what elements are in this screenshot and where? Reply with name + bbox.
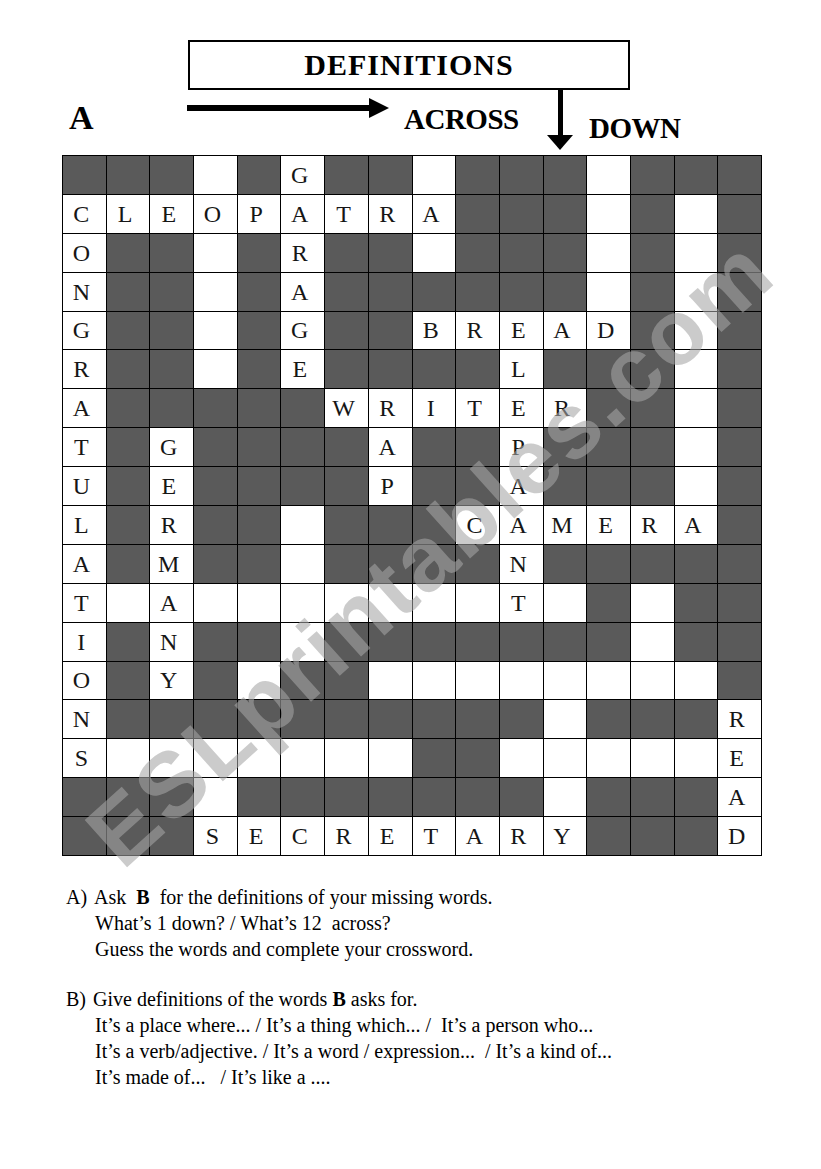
grid-cell-r5-c3: [150, 312, 194, 351]
grid-cell-r14-c7: [325, 662, 369, 701]
grid-cell-r4-c15: [675, 273, 719, 312]
grid-cell-r3-c13: [587, 234, 631, 273]
cell-letter: A: [684, 513, 701, 537]
grid-cell-r11-c13: [587, 545, 631, 584]
grid-cell-r5-c11: E: [500, 312, 544, 351]
grid-cell-r2-c8: R: [369, 195, 413, 234]
cell-letter: R: [554, 396, 570, 420]
instruction-text: It’s a verb/adjective. / It’s a word / e…: [95, 1040, 612, 1062]
grid-cell-r15-c10: [456, 700, 500, 739]
cell-letter: R: [729, 707, 745, 731]
grid-cell-r3-c6: R: [281, 234, 325, 273]
grid-cell-r18-c6: C: [281, 817, 325, 856]
grid-cell-r4-c7: [325, 273, 369, 312]
grid-cell-r12-c4: [194, 584, 238, 623]
grid-cell-r3-c2: [107, 234, 151, 273]
grid-cell-r14-c8: [369, 662, 413, 701]
grid-cell-r6-c14: [631, 350, 675, 389]
grid-cell-r14-c5: [238, 662, 282, 701]
grid-cell-r6-c3: [150, 350, 194, 389]
grid-cell-r18-c11: R: [500, 817, 544, 856]
grid-cell-r17-c2: [107, 778, 151, 817]
grid-cell-r8-c11: P: [500, 428, 544, 467]
cell-letter: N: [160, 630, 177, 654]
grid-cell-r4-c8: [369, 273, 413, 312]
cell-letter: P: [249, 202, 262, 226]
cell-letter: A: [728, 785, 745, 809]
grid-cell-r17-c14: [631, 778, 675, 817]
grid-cell-r17-c10: [456, 778, 500, 817]
grid-cell-r8-c4: [194, 428, 238, 467]
grid-cell-r4-c14: [631, 273, 675, 312]
grid-cell-r10-c13: E: [587, 506, 631, 545]
grid-cell-r15-c8: [369, 700, 413, 739]
grid-cell-r5-c13: D: [587, 312, 631, 351]
grid-cell-r6-c11: L: [500, 350, 544, 389]
grid-cell-r2-c16: [718, 195, 762, 234]
grid-cell-r2-c4: O: [194, 195, 238, 234]
grid-cell-r1-c12: [544, 156, 588, 195]
grid-cell-r16-c11: [500, 739, 544, 778]
cell-letter: U: [73, 474, 90, 498]
grid-cell-r10-c15: A: [675, 506, 719, 545]
grid-cell-r12-c11: T: [500, 584, 544, 623]
grid-cell-r2-c2: L: [107, 195, 151, 234]
grid-cell-r14-c12: [544, 662, 588, 701]
grid-cell-r14-c3: Y: [150, 662, 194, 701]
grid-cell-r12-c12: [544, 584, 588, 623]
instruction-line: A)Ask B for the definitions of your miss…: [66, 884, 786, 910]
grid-cell-r16-c12: [544, 739, 588, 778]
instruction-text: B: [332, 988, 345, 1010]
grid-cell-r12-c13: [587, 584, 631, 623]
grid-cell-r10-c5: [238, 506, 282, 545]
grid-cell-r6-c6: E: [281, 350, 325, 389]
grid-cell-r9-c4: [194, 467, 238, 506]
grid-cell-r16-c1: S: [63, 739, 107, 778]
instruction-line: It’s a verb/adjective. / It’s a word / e…: [95, 1038, 786, 1064]
grid-cell-r7-c5: [238, 389, 282, 428]
grid-cell-r3-c15: [675, 234, 719, 273]
grid-cell-r15-c15: [675, 700, 719, 739]
grid-cell-r3-c9: [413, 234, 457, 273]
grid-cell-r7-c16: [718, 389, 762, 428]
cell-letter: W: [332, 396, 355, 420]
cell-letter: A: [291, 202, 308, 226]
grid-cell-r17-c16: A: [718, 778, 762, 817]
grid-cell-r14-c9: [413, 662, 457, 701]
grid-cell-r8-c13: [587, 428, 631, 467]
cell-letter: M: [158, 552, 179, 576]
grid-cell-r16-c6: [281, 739, 325, 778]
cell-letter: E: [511, 396, 526, 420]
grid-cell-r7-c9: I: [413, 389, 457, 428]
cell-letter: O: [73, 668, 90, 692]
grid-cell-r9-c11: A: [500, 467, 544, 506]
cell-letter: E: [292, 357, 307, 381]
grid-cell-r5-c5: [238, 312, 282, 351]
grid-cell-r10-c1: L: [63, 506, 107, 545]
grid-cell-r18-c12: Y: [544, 817, 588, 856]
grid-cell-r11-c1: A: [63, 545, 107, 584]
grid-cell-r11-c11: N: [500, 545, 544, 584]
grid-cell-r5-c2: [107, 312, 151, 351]
grid-cell-r3-c5: [238, 234, 282, 273]
instruction-text: Give definitions of the words: [93, 988, 332, 1010]
grid-cell-r1-c13: [587, 156, 631, 195]
grid-cell-r2-c12: [544, 195, 588, 234]
grid-cell-r8-c10: [456, 428, 500, 467]
grid-cell-r13-c6: [281, 623, 325, 662]
instruction-text: It’s made of... / It’s like a ....: [95, 1066, 331, 1088]
grid-cell-r7-c8: R: [369, 389, 413, 428]
grid-cell-r11-c16: [718, 545, 762, 584]
grid-cell-r11-c14: [631, 545, 675, 584]
cell-letter: S: [75, 746, 88, 770]
cell-letter: C: [467, 513, 483, 537]
grid-cell-r8-c1: T: [63, 428, 107, 467]
instructions-block-b: B)Give definitions of the words B asks f…: [66, 986, 786, 1090]
grid-cell-r13-c4: [194, 623, 238, 662]
grid-cell-r10-c6: [281, 506, 325, 545]
grid-cell-r17-c12: [544, 778, 588, 817]
grid-cell-r12-c1: T: [63, 584, 107, 623]
cell-letter: L: [74, 513, 89, 537]
cell-letter: C: [292, 824, 308, 848]
cell-letter: O: [204, 202, 221, 226]
grid-cell-r2-c11: [500, 195, 544, 234]
grid-cell-r5-c14: [631, 312, 675, 351]
title-box: DEFINITIONS: [188, 40, 630, 90]
grid-cell-r13-c13: [587, 623, 631, 662]
grid-cell-r11-c2: [107, 545, 151, 584]
grid-cell-r5-c12: A: [544, 312, 588, 351]
grid-cell-r13-c7: [325, 623, 369, 662]
instruction-text: It’s a place where... / It’s a thing whi…: [95, 1014, 593, 1036]
grid-cell-r4-c5: [238, 273, 282, 312]
grid-cell-r17-c5: [238, 778, 282, 817]
grid-cell-r13-c8: [369, 623, 413, 662]
grid-cell-r6-c8: [369, 350, 413, 389]
grid-cell-r4-c6: A: [281, 273, 325, 312]
grid-cell-r13-c5: [238, 623, 282, 662]
grid-cell-r12-c8: [369, 584, 413, 623]
grid-cell-r16-c10: [456, 739, 500, 778]
grid-cell-r6-c10: [456, 350, 500, 389]
grid-cell-r18-c3: [150, 817, 194, 856]
grid-cell-r1-c6: G: [281, 156, 325, 195]
grid-cell-r9-c8: P: [369, 467, 413, 506]
grid-cell-r9-c7: [325, 467, 369, 506]
grid-cell-r4-c13: [587, 273, 631, 312]
cell-letter: D: [728, 824, 745, 848]
grid-cell-r18-c14: [631, 817, 675, 856]
grid-cell-r7-c11: E: [500, 389, 544, 428]
grid-cell-r5-c6: G: [281, 312, 325, 351]
grid-cell-r5-c8: [369, 312, 413, 351]
grid-cell-r18-c7: R: [325, 817, 369, 856]
grid-cell-r10-c2: [107, 506, 151, 545]
grid-cell-r11-c12: [544, 545, 588, 584]
grid-cell-r7-c12: R: [544, 389, 588, 428]
grid-cell-r15-c16: R: [718, 700, 762, 739]
cell-letter: T: [424, 824, 439, 848]
grid-cell-r9-c13: [587, 467, 631, 506]
grid-cell-r12-c5: [238, 584, 282, 623]
grid-cell-r11-c3: M: [150, 545, 194, 584]
grid-cell-r14-c1: O: [63, 662, 107, 701]
grid-cell-r2-c7: T: [325, 195, 369, 234]
grid-cell-r11-c7: [325, 545, 369, 584]
grid-cell-r9-c6: [281, 467, 325, 506]
grid-cell-r18-c16: D: [718, 817, 762, 856]
cell-letter: E: [511, 318, 526, 342]
grid-cell-r4-c11: [500, 273, 544, 312]
down-arrow: [558, 89, 563, 136]
grid-cell-r18-c13: [587, 817, 631, 856]
grid-cell-r18-c9: T: [413, 817, 457, 856]
cell-letter: A: [291, 280, 308, 304]
grid-cell-r10-c8: [369, 506, 413, 545]
grid-cell-r1-c16: [718, 156, 762, 195]
grid-cell-r13-c1: I: [63, 623, 107, 662]
crossword-grid: GCLEOPATRAORNAGGBREADRELAWRITERTGAPUEPAL…: [62, 155, 762, 856]
across-label: ACROSS: [404, 103, 519, 136]
grid-cell-r6-c5: [238, 350, 282, 389]
cell-letter: E: [249, 824, 264, 848]
grid-cell-r10-c11: A: [500, 506, 544, 545]
grid-cell-r17-c3: [150, 778, 194, 817]
grid-cell-r1-c14: [631, 156, 675, 195]
grid-cell-r4-c1: N: [63, 273, 107, 312]
cell-letter: N: [510, 552, 527, 576]
cell-letter: B: [423, 318, 439, 342]
cell-letter: I: [427, 396, 435, 420]
grid-cell-r13-c12: [544, 623, 588, 662]
grid-cell-r6-c15: [675, 350, 719, 389]
grid-cell-r18-c8: E: [369, 817, 413, 856]
grid-cell-r1-c7: [325, 156, 369, 195]
grid-cell-r12-c2: [107, 584, 151, 623]
grid-cell-r5-c4: [194, 312, 238, 351]
instruction-label: A): [66, 886, 87, 908]
grid-cell-r15-c12: [544, 700, 588, 739]
grid-cell-r15-c11: [500, 700, 544, 739]
grid-cell-r6-c4: [194, 350, 238, 389]
cell-letter: R: [292, 241, 308, 265]
grid-cell-r17-c8: [369, 778, 413, 817]
grid-cell-r4-c2: [107, 273, 151, 312]
grid-cell-r14-c14: [631, 662, 675, 701]
grid-cell-r17-c4: [194, 778, 238, 817]
grid-cell-r12-c7: [325, 584, 369, 623]
cell-letter: R: [335, 824, 351, 848]
grid-cell-r17-c1: [63, 778, 107, 817]
grid-cell-r8-c6: [281, 428, 325, 467]
grid-cell-r9-c10: [456, 467, 500, 506]
grid-cell-r8-c7: [325, 428, 369, 467]
cell-letter: A: [73, 552, 90, 576]
grid-cell-r6-c13: [587, 350, 631, 389]
cell-letter: T: [74, 591, 89, 615]
grid-cell-r6-c1: R: [63, 350, 107, 389]
grid-cell-r1-c1: [63, 156, 107, 195]
instruction-text: asks for.: [346, 988, 418, 1010]
grid-cell-r13-c3: N: [150, 623, 194, 662]
grid-cell-r10-c10: C: [456, 506, 500, 545]
cell-letter: G: [291, 163, 308, 187]
grid-cell-r7-c15: [675, 389, 719, 428]
grid-cell-r1-c3: [150, 156, 194, 195]
grid-cell-r1-c2: [107, 156, 151, 195]
grid-cell-r17-c9: [413, 778, 457, 817]
grid-cell-r17-c6: [281, 778, 325, 817]
cell-letter: A: [510, 474, 527, 498]
grid-cell-r9-c15: [675, 467, 719, 506]
grid-cell-r7-c3: [150, 389, 194, 428]
grid-cell-r16-c15: [675, 739, 719, 778]
grid-cell-r4-c9: [413, 273, 457, 312]
grid-cell-r16-c3: [150, 739, 194, 778]
cell-letter: A: [466, 824, 483, 848]
worksheet-page: DEFINITIONS A ACROSS DOWN GCLEOPATRAORNA…: [0, 0, 821, 1169]
down-arrow-head-icon: [547, 135, 573, 150]
grid-cell-r17-c11: [500, 778, 544, 817]
cell-letter: N: [73, 280, 90, 304]
cell-letter: G: [73, 318, 90, 342]
grid-cell-r15-c14: [631, 700, 675, 739]
grid-cell-r13-c15: [675, 623, 719, 662]
grid-cell-r3-c8: [369, 234, 413, 273]
grid-cell-r3-c7: [325, 234, 369, 273]
grid-cell-r16-c14: [631, 739, 675, 778]
grid-cell-r10-c4: [194, 506, 238, 545]
instruction-line: Guess the words and complete your crossw…: [95, 936, 786, 962]
cell-letter: L: [118, 202, 133, 226]
cell-letter: M: [551, 513, 572, 537]
grid-cell-r14-c10: [456, 662, 500, 701]
cell-letter: T: [467, 396, 482, 420]
grid-cell-r16-c9: [413, 739, 457, 778]
grid-cell-r1-c4: [194, 156, 238, 195]
grid-cell-r14-c2: [107, 662, 151, 701]
grid-cell-r12-c10: [456, 584, 500, 623]
grid-cell-r11-c5: [238, 545, 282, 584]
page-title: DEFINITIONS: [304, 48, 513, 82]
grid-cell-r3-c10: [456, 234, 500, 273]
across-arrow: [187, 105, 369, 111]
grid-cell-r4-c10: [456, 273, 500, 312]
grid-cell-r1-c9: [413, 156, 457, 195]
cell-letter: R: [467, 318, 483, 342]
grid-cell-r16-c4: [194, 739, 238, 778]
grid-cell-r7-c6: [281, 389, 325, 428]
cell-letter: D: [597, 318, 614, 342]
grid-cell-r18-c4: S: [194, 817, 238, 856]
cell-letter: T: [74, 435, 89, 459]
grid-cell-r8-c9: [413, 428, 457, 467]
instruction-text: Guess the words and complete your crossw…: [95, 938, 473, 960]
grid-cell-r11-c10: [456, 545, 500, 584]
cell-letter: O: [73, 241, 90, 265]
grid-cell-r1-c10: [456, 156, 500, 195]
cell-letter: R: [379, 202, 395, 226]
grid-cell-r11-c8: [369, 545, 413, 584]
grid-cell-r14-c16: [718, 662, 762, 701]
grid-cell-r13-c16: [718, 623, 762, 662]
grid-cell-r3-c11: [500, 234, 544, 273]
grid-cell-r16-c8: [369, 739, 413, 778]
grid-cell-r2-c15: [675, 195, 719, 234]
grid-cell-r8-c3: G: [150, 428, 194, 467]
grid-cell-r8-c15: [675, 428, 719, 467]
grid-cell-r16-c16: E: [718, 739, 762, 778]
grid-cell-r18-c15: [675, 817, 719, 856]
grid-cell-r8-c5: [238, 428, 282, 467]
grid-cell-r18-c2: [107, 817, 151, 856]
grid-cell-r11-c15: [675, 545, 719, 584]
grid-cell-r12-c16: [718, 584, 762, 623]
grid-cell-r1-c5: [238, 156, 282, 195]
grid-cell-r2-c13: [587, 195, 631, 234]
grid-cell-r7-c2: [107, 389, 151, 428]
grid-cell-r11-c6: [281, 545, 325, 584]
grid-cell-r5-c7: [325, 312, 369, 351]
grid-cell-r2-c10: [456, 195, 500, 234]
cell-letter: R: [510, 824, 526, 848]
grid-cell-r16-c13: [587, 739, 631, 778]
grid-cell-r12-c6: [281, 584, 325, 623]
grid-cell-r7-c1: A: [63, 389, 107, 428]
cell-letter: P: [512, 435, 525, 459]
grid-cell-r14-c11: [500, 662, 544, 701]
grid-cell-r16-c2: [107, 739, 151, 778]
grid-cell-r3-c12: [544, 234, 588, 273]
grid-cell-r15-c4: [194, 700, 238, 739]
grid-cell-r11-c9: [413, 545, 457, 584]
grid-cell-r15-c6: [281, 700, 325, 739]
grid-cell-r13-c10: [456, 623, 500, 662]
cell-letter: G: [160, 435, 177, 459]
cell-letter: E: [380, 824, 395, 848]
cell-letter: E: [161, 202, 176, 226]
cell-letter: R: [73, 357, 89, 381]
instruction-text: for the definitions of your missing word…: [150, 886, 493, 908]
across-arrow-head-icon: [369, 98, 389, 118]
grid-cell-r7-c14: [631, 389, 675, 428]
cell-letter: R: [641, 513, 657, 537]
down-label: DOWN: [589, 112, 680, 145]
cell-letter: A: [553, 318, 570, 342]
grid-cell-r4-c4: [194, 273, 238, 312]
player-a-label: A: [69, 99, 94, 137]
grid-cell-r2-c9: A: [413, 195, 457, 234]
cell-letter: T: [336, 202, 351, 226]
grid-cell-r14-c13: [587, 662, 631, 701]
grid-cell-r16-c5: [238, 739, 282, 778]
grid-cell-r15-c5: [238, 700, 282, 739]
grid-cell-r15-c9: [413, 700, 457, 739]
cell-letter: P: [380, 474, 393, 498]
grid-cell-r3-c4: [194, 234, 238, 273]
grid-cell-r7-c13: [587, 389, 631, 428]
grid-cell-r13-c11: [500, 623, 544, 662]
grid-cell-r5-c9: B: [413, 312, 457, 351]
grid-cell-r5-c15: [675, 312, 719, 351]
grid-cell-r9-c12: [544, 467, 588, 506]
cell-letter: S: [206, 824, 219, 848]
grid-cell-r11-c4: [194, 545, 238, 584]
